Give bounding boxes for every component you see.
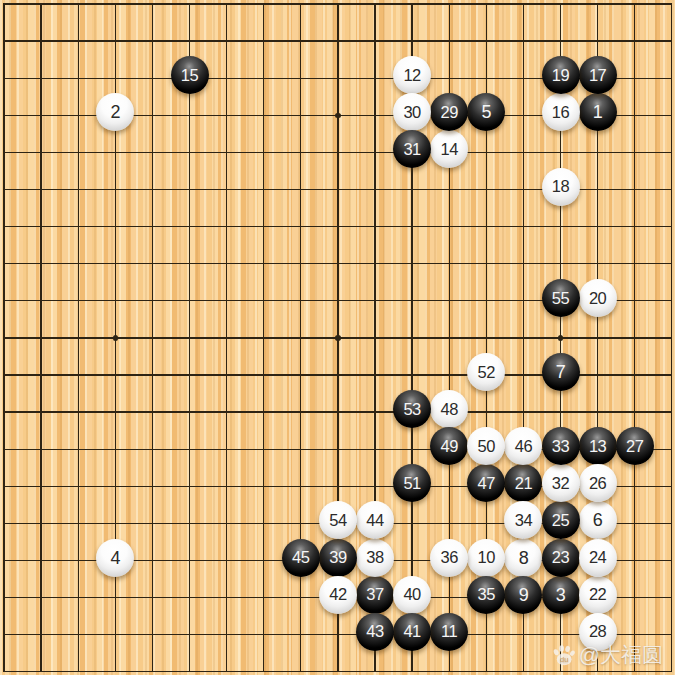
- stone-black-move-35[interactable]: 35: [467, 576, 505, 614]
- hoshi-point: [558, 335, 564, 341]
- grid-line-vertical: [634, 3, 635, 672]
- stone-white-move-8[interactable]: 8: [504, 539, 542, 577]
- stone-white-move-22[interactable]: 22: [579, 576, 617, 614]
- stone-white-move-32[interactable]: 32: [542, 464, 580, 502]
- stone-white-move-4[interactable]: 4: [96, 539, 134, 577]
- stone-white-move-6[interactable]: 6: [579, 501, 617, 539]
- grid-line-horizontal: [3, 671, 672, 672]
- stone-white-move-44[interactable]: 44: [356, 501, 394, 539]
- stone-black-move-13[interactable]: 13: [579, 427, 617, 465]
- stone-black-move-55[interactable]: 55: [542, 279, 580, 317]
- stone-black-move-37[interactable]: 37: [356, 576, 394, 614]
- grid-line-horizontal: [3, 634, 672, 635]
- stone-white-move-2[interactable]: 2: [96, 93, 134, 131]
- stone-white-move-40[interactable]: 40: [393, 576, 431, 614]
- stone-black-move-27[interactable]: 27: [616, 427, 654, 465]
- stone-white-move-42[interactable]: 42: [319, 576, 357, 614]
- stone-black-move-3[interactable]: 3: [542, 576, 580, 614]
- stone-black-move-19[interactable]: 19: [542, 56, 580, 94]
- stone-white-move-20[interactable]: 20: [579, 279, 617, 317]
- grid-line-horizontal: [3, 411, 672, 412]
- stone-white-move-16[interactable]: 16: [542, 93, 580, 131]
- stone-white-move-34[interactable]: 34: [504, 501, 542, 539]
- hoshi-point: [335, 113, 341, 119]
- stone-white-move-36[interactable]: 36: [430, 539, 468, 577]
- stone-black-move-47[interactable]: 47: [467, 464, 505, 502]
- go-board[interactable]: 1234567891011121314151617181920212223242…: [0, 0, 675, 675]
- stone-black-move-15[interactable]: 15: [171, 56, 209, 94]
- stone-black-move-17[interactable]: 17: [579, 56, 617, 94]
- stone-black-move-41[interactable]: 41: [393, 613, 431, 651]
- stone-white-move-54[interactable]: 54: [319, 501, 357, 539]
- stone-black-move-45[interactable]: 45: [282, 539, 320, 577]
- stone-white-move-30[interactable]: 30: [393, 93, 431, 131]
- stone-black-move-25[interactable]: 25: [542, 501, 580, 539]
- grid-line-vertical: [671, 3, 672, 672]
- stone-white-move-48[interactable]: 48: [430, 390, 468, 428]
- stone-white-move-18[interactable]: 18: [542, 168, 580, 206]
- stone-black-move-31[interactable]: 31: [393, 130, 431, 168]
- stone-black-move-5[interactable]: 5: [467, 93, 505, 131]
- stone-white-move-24[interactable]: 24: [579, 539, 617, 577]
- stone-black-move-43[interactable]: 43: [356, 613, 394, 651]
- stone-black-move-49[interactable]: 49: [430, 427, 468, 465]
- stone-white-move-26[interactable]: 26: [579, 464, 617, 502]
- stone-white-move-12[interactable]: 12: [393, 56, 431, 94]
- paw-icon: du: [552, 644, 576, 666]
- stone-white-move-28[interactable]: 28: [579, 613, 617, 651]
- stone-black-move-33[interactable]: 33: [542, 427, 580, 465]
- stone-black-move-53[interactable]: 53: [393, 390, 431, 428]
- stone-black-move-29[interactable]: 29: [430, 93, 468, 131]
- stone-white-move-52[interactable]: 52: [467, 353, 505, 391]
- stone-white-move-10[interactable]: 10: [467, 539, 505, 577]
- stone-black-move-51[interactable]: 51: [393, 464, 431, 502]
- hoshi-point: [335, 335, 341, 341]
- stone-black-move-1[interactable]: 1: [579, 93, 617, 131]
- stone-black-move-9[interactable]: 9: [504, 576, 542, 614]
- hoshi-point: [113, 335, 119, 341]
- stone-black-move-21[interactable]: 21: [504, 464, 542, 502]
- stone-white-move-46[interactable]: 46: [504, 427, 542, 465]
- stone-black-move-39[interactable]: 39: [319, 539, 357, 577]
- stone-black-move-23[interactable]: 23: [542, 539, 580, 577]
- stone-white-move-50[interactable]: 50: [467, 427, 505, 465]
- stone-white-move-38[interactable]: 38: [356, 539, 394, 577]
- stone-black-move-7[interactable]: 7: [542, 353, 580, 391]
- stone-white-move-14[interactable]: 14: [430, 130, 468, 168]
- stone-black-move-11[interactable]: 11: [430, 613, 468, 651]
